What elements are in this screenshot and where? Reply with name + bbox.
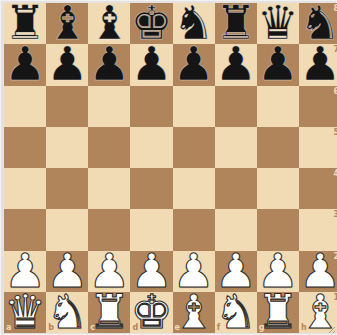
piece-black-pawn[interactable]: ♟ <box>4 43 46 84</box>
rank-label-8: 8 <box>334 5 337 13</box>
square-e1[interactable]: ♝e <box>173 292 215 333</box>
square-d1[interactable]: ♚d <box>130 292 172 333</box>
square-c4[interactable] <box>88 168 130 209</box>
piece-black-pawn[interactable]: ♟ <box>46 43 88 84</box>
square-h7[interactable]: ♟7 <box>299 44 337 85</box>
piece-black-pawn[interactable]: ♟ <box>257 43 299 84</box>
square-g7[interactable]: ♟ <box>257 44 299 85</box>
square-b6[interactable] <box>46 86 88 127</box>
square-d4[interactable] <box>130 168 172 209</box>
piece-white-knight[interactable]: ♞ <box>215 291 257 332</box>
square-d5[interactable] <box>130 127 172 168</box>
square-c1[interactable]: ♜c <box>88 292 130 333</box>
board-frame: ♜♝♝♚♞♜♛♞8♟♟♟♟♟♟♟♟76543♟♟♟♟♟♟♟♟2♛a♞b♜c♚d♝… <box>0 0 337 335</box>
square-e7[interactable]: ♟ <box>173 44 215 85</box>
square-h5[interactable]: 5 <box>299 127 337 168</box>
square-f5[interactable] <box>215 127 257 168</box>
square-a6[interactable] <box>4 86 46 127</box>
square-e4[interactable] <box>173 168 215 209</box>
rank-label-2: 2 <box>334 253 337 261</box>
piece-black-pawn[interactable]: ♟ <box>173 43 215 84</box>
piece-black-pawn[interactable]: ♟ <box>88 43 130 84</box>
square-d7[interactable]: ♟ <box>130 44 172 85</box>
rank-label-3: 3 <box>334 211 337 219</box>
file-label-h: h <box>301 324 307 332</box>
square-h4[interactable]: 4 <box>299 168 337 209</box>
square-b4[interactable] <box>46 168 88 209</box>
file-label-c: c <box>90 324 95 332</box>
square-c5[interactable] <box>88 127 130 168</box>
square-a5[interactable] <box>4 127 46 168</box>
rank-label-7: 7 <box>334 46 337 54</box>
file-label-f: f <box>217 324 220 332</box>
rank-label-1: 1 <box>334 294 337 302</box>
square-f6[interactable] <box>215 86 257 127</box>
square-b1[interactable]: ♞b <box>46 292 88 333</box>
rank-label-4: 4 <box>334 170 337 178</box>
file-label-g: g <box>259 324 265 332</box>
square-a7[interactable]: ♟ <box>4 44 46 85</box>
square-g4[interactable] <box>257 168 299 209</box>
square-g5[interactable] <box>257 127 299 168</box>
square-a1[interactable]: ♛a <box>4 292 46 333</box>
square-g1[interactable]: ♜g <box>257 292 299 333</box>
square-g6[interactable] <box>257 86 299 127</box>
square-d6[interactable] <box>130 86 172 127</box>
file-label-e: e <box>175 324 180 332</box>
file-label-d: d <box>132 324 138 332</box>
rank-label-5: 5 <box>334 129 337 137</box>
chess-board[interactable]: ♜♝♝♚♞♜♛♞8♟♟♟♟♟♟♟♟76543♟♟♟♟♟♟♟♟2♛a♞b♜c♚d♝… <box>4 3 335 333</box>
square-b7[interactable]: ♟ <box>46 44 88 85</box>
square-e5[interactable] <box>173 127 215 168</box>
square-b5[interactable] <box>46 127 88 168</box>
square-c7[interactable]: ♟ <box>88 44 130 85</box>
piece-black-pawn[interactable]: ♟ <box>299 43 337 84</box>
square-e6[interactable] <box>173 86 215 127</box>
square-h6[interactable]: 6 <box>299 86 337 127</box>
square-h1[interactable]: ♝1h <box>299 292 337 333</box>
square-f1[interactable]: ♞f <box>215 292 257 333</box>
piece-black-pawn[interactable]: ♟ <box>215 43 257 84</box>
rank-label-6: 6 <box>334 88 337 96</box>
square-f4[interactable] <box>215 168 257 209</box>
file-label-b: b <box>48 324 54 332</box>
piece-black-pawn[interactable]: ♟ <box>130 43 172 84</box>
square-a4[interactable] <box>4 168 46 209</box>
square-f7[interactable]: ♟ <box>215 44 257 85</box>
file-label-a: a <box>6 324 11 332</box>
square-c6[interactable] <box>88 86 130 127</box>
